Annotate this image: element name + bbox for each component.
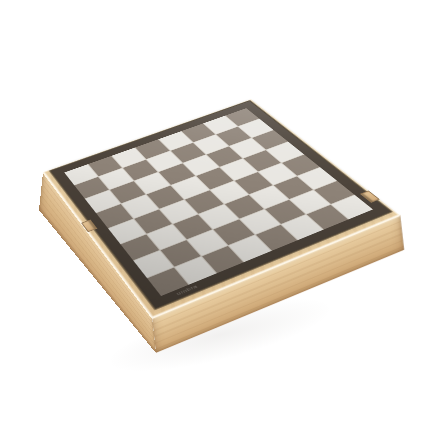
product-photo-scene: umbra bbox=[0, 0, 440, 440]
